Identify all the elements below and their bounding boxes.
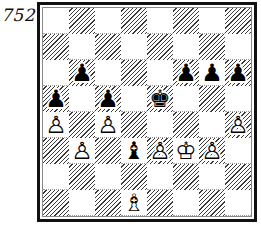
board-square-c1 [95,190,121,216]
board-square-d1: ♗ [121,190,147,216]
board-square-e7 [147,34,173,60]
board-square-c3 [95,138,121,164]
board-square-d6 [121,60,147,86]
white-pawn-piece: ♙ [97,112,119,138]
black-bishop-piece: ♝ [123,138,145,164]
board-square-d8 [121,8,147,34]
board-square-f2 [173,164,199,190]
board-square-h2 [225,164,251,190]
board-square-g8 [199,8,225,34]
board-square-c5: ♟ [95,86,121,112]
board-square-g6: ♟ [199,60,225,86]
black-pawn-piece: ♟ [227,60,249,86]
board-square-c8 [95,8,121,34]
white-pawn-piece: ♙ [45,112,67,138]
board-square-b1 [69,190,95,216]
board-square-h3 [225,138,251,164]
board-square-f7 [173,34,199,60]
board-square-a4: ♙ [43,112,69,138]
board-square-g2 [199,164,225,190]
board-square-c4: ♙ [95,112,121,138]
board-square-e8 [147,8,173,34]
board-square-d3: ♝ [121,138,147,164]
board-square-a5: ♟ [43,86,69,112]
white-pawn-piece: ♙ [71,138,93,164]
board-square-a2 [43,164,69,190]
black-pawn-piece: ♟ [97,86,119,112]
board-square-f8 [173,8,199,34]
white-king-piece: ♔ [175,138,197,164]
board-square-e3: ♙ [147,138,173,164]
board-square-c7 [95,34,121,60]
board-square-a8 [43,8,69,34]
board-square-f6: ♟ [173,60,199,86]
board-square-c2 [95,164,121,190]
board-square-d2 [121,164,147,190]
board-square-a3 [43,138,69,164]
board-square-h8 [225,8,251,34]
white-pawn-piece: ♙ [149,138,171,164]
black-pawn-piece: ♟ [201,60,223,86]
chess-board: ♟♟♟♟♟♟♚♙♙♙♙♝♙♔♙♗ [42,7,252,217]
board-square-d4 [121,112,147,138]
board-square-e1 [147,190,173,216]
board-square-b7 [69,34,95,60]
board-square-d7 [121,34,147,60]
board-square-h1 [225,190,251,216]
board-square-f5 [173,86,199,112]
board-square-c6 [95,60,121,86]
board-square-f1 [173,190,199,216]
board-square-b3: ♙ [69,138,95,164]
board-square-f4 [173,112,199,138]
board-square-b2 [69,164,95,190]
board-square-g5 [199,86,225,112]
board-square-g3: ♙ [199,138,225,164]
board-square-h4: ♙ [225,112,251,138]
black-pawn-piece: ♟ [71,60,93,86]
board-square-h6: ♟ [225,60,251,86]
board-square-e2 [147,164,173,190]
chess-board-frame: ♟♟♟♟♟♟♚♙♙♙♙♝♙♔♙♗ [37,2,257,222]
board-square-g7 [199,34,225,60]
board-square-g1 [199,190,225,216]
white-bishop-piece: ♗ [123,190,145,216]
board-square-h7 [225,34,251,60]
board-square-b4 [69,112,95,138]
board-square-a6 [43,60,69,86]
board-square-e4 [147,112,173,138]
board-square-g4 [199,112,225,138]
board-square-d5 [121,86,147,112]
black-king-piece: ♚ [149,86,171,112]
board-square-e5: ♚ [147,86,173,112]
black-pawn-piece: ♟ [175,60,197,86]
chess-diagram-page: 752 ♟♟♟♟♟♟♚♙♙♙♙♝♙♔♙♗ [0,0,261,226]
board-square-a7 [43,34,69,60]
black-pawn-piece: ♟ [45,86,67,112]
board-square-b5 [69,86,95,112]
diagram-number: 752 [1,5,35,25]
board-square-b8 [69,8,95,34]
board-square-a1 [43,190,69,216]
board-square-f3: ♔ [173,138,199,164]
board-square-h5 [225,86,251,112]
white-pawn-piece: ♙ [227,112,249,138]
board-square-e6 [147,60,173,86]
white-pawn-piece: ♙ [201,138,223,164]
board-square-b6: ♟ [69,60,95,86]
